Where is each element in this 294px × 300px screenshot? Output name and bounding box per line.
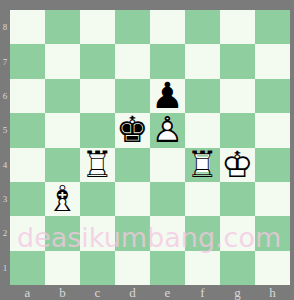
file-label-c: c [80, 285, 115, 300]
square-h2[interactable] [255, 216, 290, 250]
square-g8[interactable] [220, 10, 255, 44]
square-g2[interactable] [220, 216, 255, 250]
white-rook-glyph: ♖ [185, 148, 220, 182]
square-c4[interactable]: ♜♖ [80, 148, 115, 182]
square-e1[interactable] [150, 251, 185, 285]
square-h1[interactable] [255, 251, 290, 285]
square-a5[interactable] [10, 113, 45, 147]
file-label-h: h [255, 285, 290, 300]
square-a3[interactable] [10, 182, 45, 216]
square-h5[interactable] [255, 113, 290, 147]
piece-white-pawn-e5[interactable]: ♟♙ [150, 113, 185, 147]
white-rook-glyph: ♖ [80, 148, 115, 182]
square-d7[interactable] [115, 44, 150, 78]
square-c7[interactable] [80, 44, 115, 78]
square-g1[interactable] [220, 251, 255, 285]
file-labels: abcdefgh [10, 285, 290, 300]
square-b3[interactable]: ♝♗ [45, 182, 80, 216]
square-f7[interactable] [185, 44, 220, 78]
square-h4[interactable] [255, 148, 290, 182]
square-d6[interactable] [115, 79, 150, 113]
square-c6[interactable] [80, 79, 115, 113]
piece-black-pawn-e6[interactable]: ♟ [150, 79, 185, 113]
square-f8[interactable] [185, 10, 220, 44]
square-a7[interactable] [10, 44, 45, 78]
chess-board: ♟♚♟♙♜♖♜♖♚♔♝♗ [10, 10, 290, 285]
square-g3[interactable] [220, 182, 255, 216]
square-g6[interactable] [220, 79, 255, 113]
square-d1[interactable] [115, 251, 150, 285]
white-king-glyph: ♔ [220, 148, 255, 182]
file-label-g: g [220, 285, 255, 300]
square-e5[interactable]: ♟♙ [150, 113, 185, 147]
rank-label-4: 4 [0, 148, 10, 182]
file-label-a: a [10, 285, 45, 300]
square-g5[interactable] [220, 113, 255, 147]
piece-black-king-d5[interactable]: ♚ [115, 113, 150, 147]
square-h8[interactable] [255, 10, 290, 44]
square-b7[interactable] [45, 44, 80, 78]
square-c5[interactable] [80, 113, 115, 147]
square-d5[interactable]: ♚ [115, 113, 150, 147]
piece-white-rook-c4[interactable]: ♜♖ [80, 148, 115, 182]
piece-white-bishop-b3[interactable]: ♝♗ [45, 182, 80, 216]
square-e4[interactable] [150, 148, 185, 182]
black-king-glyph: ♚ [115, 113, 150, 147]
piece-white-king-g4[interactable]: ♚♔ [220, 148, 255, 182]
rank-label-7: 7 [0, 44, 10, 78]
square-d3[interactable] [115, 182, 150, 216]
rank-label-8: 8 [0, 10, 10, 44]
square-b8[interactable] [45, 10, 80, 44]
piece-white-rook-f4[interactable]: ♜♖ [185, 148, 220, 182]
square-a1[interactable] [10, 251, 45, 285]
square-e6[interactable]: ♟ [150, 79, 185, 113]
square-e8[interactable] [150, 10, 185, 44]
square-f5[interactable] [185, 113, 220, 147]
square-h7[interactable] [255, 44, 290, 78]
file-label-f: f [185, 285, 220, 300]
rank-label-2: 2 [0, 216, 10, 250]
rank-label-3: 3 [0, 182, 10, 216]
square-b5[interactable] [45, 113, 80, 147]
square-e2[interactable] [150, 216, 185, 250]
file-label-d: d [115, 285, 150, 300]
square-f4[interactable]: ♜♖ [185, 148, 220, 182]
square-a6[interactable] [10, 79, 45, 113]
square-c2[interactable] [80, 216, 115, 250]
square-b6[interactable] [45, 79, 80, 113]
file-label-b: b [45, 285, 80, 300]
square-h3[interactable] [255, 182, 290, 216]
white-pawn-glyph: ♙ [150, 113, 185, 147]
square-c8[interactable] [80, 10, 115, 44]
square-d2[interactable] [115, 216, 150, 250]
square-a4[interactable] [10, 148, 45, 182]
file-label-e: e [150, 285, 185, 300]
rank-label-6: 6 [0, 79, 10, 113]
square-c1[interactable] [80, 251, 115, 285]
rank-label-5: 5 [0, 113, 10, 147]
rank-labels: 87654321 [0, 10, 10, 285]
white-bishop-glyph: ♗ [45, 182, 80, 216]
square-e7[interactable] [150, 44, 185, 78]
square-b1[interactable] [45, 251, 80, 285]
square-a8[interactable] [10, 10, 45, 44]
square-a2[interactable] [10, 216, 45, 250]
square-f6[interactable] [185, 79, 220, 113]
rank-label-1: 1 [0, 251, 10, 285]
chess-diagram: 87654321 ♟♚♟♙♜♖♜♖♚♔♝♗ abcdefgh deasikumb… [0, 0, 294, 300]
square-d8[interactable] [115, 10, 150, 44]
square-e3[interactable] [150, 182, 185, 216]
square-f3[interactable] [185, 182, 220, 216]
square-b2[interactable] [45, 216, 80, 250]
square-b4[interactable] [45, 148, 80, 182]
square-c3[interactable] [80, 182, 115, 216]
square-g4[interactable]: ♚♔ [220, 148, 255, 182]
square-f2[interactable] [185, 216, 220, 250]
square-d4[interactable] [115, 148, 150, 182]
square-h6[interactable] [255, 79, 290, 113]
black-pawn-glyph: ♟ [150, 79, 185, 113]
square-g7[interactable] [220, 44, 255, 78]
square-f1[interactable] [185, 251, 220, 285]
